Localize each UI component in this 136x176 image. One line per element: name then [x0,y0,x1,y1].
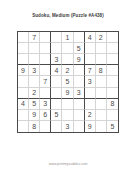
cell-r6c6: 3 [74,88,85,99]
cell-r5c1 [18,76,29,87]
cell-r5c3: 7 [40,76,51,87]
cell-r8c3: 6 [40,110,51,121]
cell-r3c9 [107,54,118,65]
cell-r3c1 [18,54,29,65]
cell-r4c7: 7 [85,65,96,76]
cell-r4c6 [74,65,85,76]
cell-r2c4 [51,43,62,54]
cell-r9c6 [74,121,85,132]
cell-r6c3 [40,88,51,99]
cell-r2c3 [40,43,51,54]
cell-r4c2: 3 [29,65,40,76]
cell-r6c4 [51,88,62,99]
cell-r4c9 [107,65,118,76]
cell-r8c8 [96,110,107,121]
cell-r5c6 [74,76,85,87]
cell-r7c9: 8 [107,99,118,110]
cell-r3c4: 3 [51,54,62,65]
cell-r7c4 [51,99,62,110]
footer-url: www.printmysudoku.com [0,162,136,166]
cell-r6c1 [18,88,29,99]
cell-r1c6 [74,32,85,43]
cell-r3c8 [96,54,107,65]
cell-r7c8 [96,99,107,110]
cell-r5c4 [51,76,62,87]
cell-r8c5 [62,110,73,121]
cell-r9c1 [18,121,29,132]
cell-r3c5 [62,54,73,65]
cell-r9c5: 3 [62,121,73,132]
cell-r8c7: 2 [85,110,96,121]
cell-r6c2: 2 [29,88,40,99]
cell-r5c2 [29,76,40,87]
cell-r2c5 [62,43,73,54]
cell-r7c1: 4 [18,99,29,110]
cell-r8c1 [18,110,29,121]
cell-r6c9 [107,88,118,99]
cell-r6c8 [96,88,107,99]
cell-r4c5: 2 [62,65,73,76]
cell-r4c3 [40,65,51,76]
cell-r7c7 [85,99,96,110]
cell-r5c8 [96,76,107,87]
cell-r8c9 [107,110,118,121]
cell-r5c7: 3 [85,76,96,87]
cell-r2c7 [85,43,96,54]
cell-r9c3 [40,121,51,132]
cell-r2c9 [107,43,118,54]
cell-r2c8 [96,43,107,54]
cell-r2c2 [29,43,40,54]
cell-r9c7: 9 [85,121,96,132]
cell-r7c2: 5 [29,99,40,110]
page-title: Sudoku, Medium (Puzzle #A438) [0,13,136,19]
cell-r1c9 [107,32,118,43]
cell-r1c5: 1 [62,32,73,43]
cell-r7c3: 3 [40,99,51,110]
cell-r1c3 [40,32,51,43]
cell-r3c2 [29,54,40,65]
cell-r9c4 [51,121,62,132]
cell-r9c9: 5 [107,121,118,132]
cell-r8c4: 5 [51,110,62,121]
cell-r7c5 [62,99,73,110]
cell-r1c1 [18,32,29,43]
cell-r6c5: 9 [62,88,73,99]
cell-r2c1 [18,43,29,54]
cell-r8c2: 9 [29,110,40,121]
cell-r3c3 [40,54,51,65]
cell-r4c8: 8 [96,65,107,76]
cell-r6c7 [85,88,96,99]
cell-r1c8: 2 [96,32,107,43]
cell-r9c8 [96,121,107,132]
cell-r1c4 [51,32,62,43]
cell-r3c6: 9 [74,54,85,65]
cell-r8c6 [74,110,85,121]
cell-r3c7 [85,54,96,65]
cell-r5c9 [107,76,118,87]
cell-r5c5: 5 [62,76,73,87]
cell-r1c7: 4 [85,32,96,43]
cell-r9c2: 8 [29,121,40,132]
sudoku-page: Sudoku, Medium (Puzzle #A438) 7142539934… [0,0,136,176]
cell-r4c1: 9 [18,65,29,76]
cell-r4c4: 4 [51,65,62,76]
sudoku-board: 7142539934278753293453896528395 [17,31,119,133]
cell-r7c6 [74,99,85,110]
cell-r2c6: 5 [74,43,85,54]
cell-r1c2: 7 [29,32,40,43]
